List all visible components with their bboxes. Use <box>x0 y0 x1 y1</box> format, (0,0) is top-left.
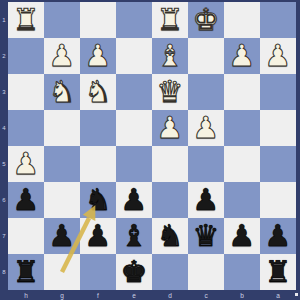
square-g5[interactable] <box>44 146 80 182</box>
square-b8[interactable] <box>224 254 260 290</box>
rank-label-8: 8 <box>0 269 8 275</box>
piece-black-pawn[interactable]: ♟ <box>260 218 296 254</box>
square-g3[interactable]: ♞ <box>44 74 80 110</box>
piece-white-king[interactable]: ♚ <box>188 2 224 38</box>
piece-white-pawn[interactable]: ♟ <box>80 38 116 74</box>
square-g1[interactable] <box>44 2 80 38</box>
piece-white-rook[interactable]: ♜ <box>152 2 188 38</box>
piece-white-pawn[interactable]: ♟ <box>260 38 296 74</box>
square-b5[interactable] <box>224 146 260 182</box>
square-a4[interactable] <box>260 110 296 146</box>
square-d3[interactable]: ♛ <box>152 74 188 110</box>
square-a5[interactable] <box>260 146 296 182</box>
square-h4[interactable] <box>8 110 44 146</box>
square-e3[interactable] <box>116 74 152 110</box>
file-label-f: f <box>80 292 116 299</box>
square-f4[interactable] <box>80 110 116 146</box>
square-g4[interactable] <box>44 110 80 146</box>
piece-white-bishop[interactable]: ♝ <box>152 38 188 74</box>
file-label-g: g <box>44 292 80 299</box>
file-label-c: c <box>188 292 224 299</box>
rank-label-7: 7 <box>0 233 8 239</box>
square-h8[interactable]: ♜ <box>8 254 44 290</box>
square-b3[interactable] <box>224 74 260 110</box>
square-a2[interactable]: ♟ <box>260 38 296 74</box>
square-c3[interactable] <box>188 74 224 110</box>
rank-label-4: 4 <box>0 125 8 131</box>
piece-black-bishop[interactable]: ♝ <box>116 218 152 254</box>
square-h5[interactable]: ♟ <box>8 146 44 182</box>
square-e2[interactable] <box>116 38 152 74</box>
piece-black-knight[interactable]: ♞ <box>152 218 188 254</box>
piece-black-knight[interactable]: ♞ <box>80 182 116 218</box>
chess-board: ♜♜♚♟♟♝♟♟♞♞♛♟♟♟♟♞♟♟♟♟♝♞♛♟♟♜♚♜ <box>8 2 296 290</box>
rank-label-3: 3 <box>0 89 8 95</box>
square-c5[interactable] <box>188 146 224 182</box>
square-e7[interactable]: ♝ <box>116 218 152 254</box>
piece-black-pawn[interactable]: ♟ <box>188 182 224 218</box>
square-e8[interactable]: ♚ <box>116 254 152 290</box>
square-f3[interactable]: ♞ <box>80 74 116 110</box>
piece-black-pawn[interactable]: ♟ <box>116 182 152 218</box>
piece-black-pawn[interactable]: ♟ <box>8 182 44 218</box>
piece-black-king[interactable]: ♚ <box>116 254 152 290</box>
square-g6[interactable] <box>44 182 80 218</box>
square-f7[interactable]: ♟ <box>80 218 116 254</box>
square-e5[interactable] <box>116 146 152 182</box>
square-b7[interactable]: ♟ <box>224 218 260 254</box>
square-g7[interactable]: ♟ <box>44 218 80 254</box>
square-b1[interactable] <box>224 2 260 38</box>
chess-board-frame: 12345678 ♜♜♚♟♟♝♟♟♞♞♛♟♟♟♟♞♟♟♟♟♝♞♛♟♟♜♚♜ hg… <box>0 0 300 300</box>
square-f5[interactable] <box>80 146 116 182</box>
square-c2[interactable] <box>188 38 224 74</box>
square-h1[interactable]: ♜ <box>8 2 44 38</box>
square-f6[interactable]: ♞ <box>80 182 116 218</box>
square-c6[interactable]: ♟ <box>188 182 224 218</box>
piece-black-rook[interactable]: ♜ <box>260 254 296 290</box>
piece-white-pawn[interactable]: ♟ <box>152 110 188 146</box>
square-e1[interactable] <box>116 2 152 38</box>
file-label-h: h <box>8 292 44 299</box>
file-label-d: d <box>152 292 188 299</box>
square-h3[interactable] <box>8 74 44 110</box>
square-f1[interactable] <box>80 2 116 38</box>
square-f2[interactable]: ♟ <box>80 38 116 74</box>
square-e4[interactable] <box>116 110 152 146</box>
piece-black-pawn[interactable]: ♟ <box>44 218 80 254</box>
piece-white-knight[interactable]: ♞ <box>44 74 80 110</box>
square-d4[interactable]: ♟ <box>152 110 188 146</box>
piece-black-pawn[interactable]: ♟ <box>224 218 260 254</box>
square-b2[interactable]: ♟ <box>224 38 260 74</box>
square-d2[interactable]: ♝ <box>152 38 188 74</box>
piece-white-knight[interactable]: ♞ <box>80 74 116 110</box>
square-c1[interactable]: ♚ <box>188 2 224 38</box>
corner-marker-dot <box>295 293 298 296</box>
rank-labels: 12345678 <box>0 2 8 290</box>
piece-black-rook[interactable]: ♜ <box>8 254 44 290</box>
piece-black-queen[interactable]: ♛ <box>188 218 224 254</box>
square-a1[interactable] <box>260 2 296 38</box>
file-label-e: e <box>116 292 152 299</box>
rank-label-5: 5 <box>0 161 8 167</box>
rank-label-2: 2 <box>0 53 8 59</box>
piece-white-pawn[interactable]: ♟ <box>224 38 260 74</box>
square-c7[interactable]: ♛ <box>188 218 224 254</box>
piece-white-pawn[interactable]: ♟ <box>44 38 80 74</box>
square-d1[interactable]: ♜ <box>152 2 188 38</box>
square-g2[interactable]: ♟ <box>44 38 80 74</box>
file-labels: hgfedcba <box>8 290 296 300</box>
square-b4[interactable] <box>224 110 260 146</box>
square-a3[interactable] <box>260 74 296 110</box>
rank-label-1: 1 <box>0 17 8 23</box>
square-d6[interactable] <box>152 182 188 218</box>
square-f8[interactable] <box>80 254 116 290</box>
square-c4[interactable]: ♟ <box>188 110 224 146</box>
square-d8[interactable] <box>152 254 188 290</box>
square-h6[interactable]: ♟ <box>8 182 44 218</box>
square-e6[interactable]: ♟ <box>116 182 152 218</box>
square-h2[interactable] <box>8 38 44 74</box>
square-d5[interactable] <box>152 146 188 182</box>
square-b6[interactable] <box>224 182 260 218</box>
piece-white-queen[interactable]: ♛ <box>152 74 188 110</box>
piece-black-pawn[interactable]: ♟ <box>80 218 116 254</box>
square-a8[interactable]: ♜ <box>260 254 296 290</box>
square-h7[interactable] <box>8 218 44 254</box>
square-a7[interactable]: ♟ <box>260 218 296 254</box>
square-c8[interactable] <box>188 254 224 290</box>
square-d7[interactable]: ♞ <box>152 218 188 254</box>
piece-white-pawn[interactable]: ♟ <box>8 146 44 182</box>
piece-white-pawn[interactable]: ♟ <box>188 110 224 146</box>
piece-white-rook[interactable]: ♜ <box>8 2 44 38</box>
rank-label-6: 6 <box>0 197 8 203</box>
square-a6[interactable] <box>260 182 296 218</box>
file-label-b: b <box>224 292 260 299</box>
square-g8[interactable] <box>44 254 80 290</box>
file-label-a: a <box>260 292 296 299</box>
